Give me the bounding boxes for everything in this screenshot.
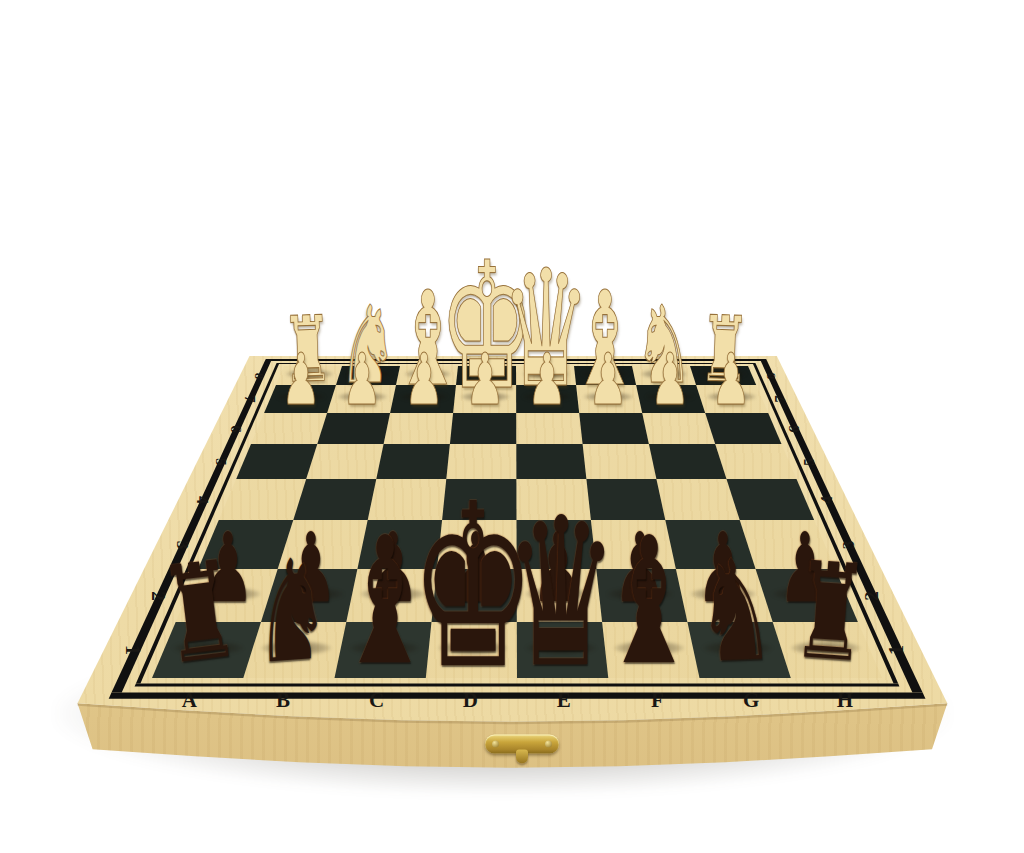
rank-label-left-4: 4 [194,496,210,504]
rank-label-right-4: 4 [819,496,835,504]
file-label-h: H [837,690,853,711]
rank-label-right-6: 6 [787,425,802,433]
piece-black-bishop-f1[interactable]: ♝ [601,513,698,688]
piece-white-pawn-d7[interactable]: ♟ [466,343,506,414]
file-label-a: A [182,690,197,711]
latch-knob [516,750,528,764]
product-photo-stage: ABCDEFGH1122334455667788♜♞♝♚♛♝♞♜♟♟♟♟♟♟♟♟… [0,0,1024,853]
piece-white-pawn-h7[interactable]: ♟ [712,343,752,414]
piece-white-pawn-a7[interactable]: ♟ [281,343,321,414]
piece-black-knight-g1[interactable]: ♞ [694,540,776,682]
file-label-g: G [743,690,759,711]
rank-label-left-1: 1 [123,645,143,655]
piece-white-pawn-c7[interactable]: ♟ [404,343,444,414]
rank-label-right-8: 8 [763,372,776,379]
rank-label-right-1: 1 [886,645,906,655]
rank-label-left-6: 6 [227,425,242,433]
piece-black-rook-h1[interactable]: ♜ [789,544,872,682]
piece-black-rook-a1[interactable]: ♜ [155,543,245,684]
piece-black-knight-b1[interactable]: ♞ [248,539,335,684]
piece-white-pawn-b7[interactable]: ♟ [343,343,383,414]
latch-screw-right [545,741,552,748]
rank-label-left-5: 5 [212,458,227,466]
piece-white-pawn-e7[interactable]: ♟ [527,343,567,414]
piece-white-pawn-f7[interactable]: ♟ [589,343,629,414]
latch-screw-left [492,741,499,748]
brass-latch [485,735,559,754]
rank-label-left-8: 8 [253,372,266,379]
rank-label-right-5: 5 [802,458,817,466]
rank-label-left-7: 7 [242,396,256,403]
rank-label-right-7: 7 [774,396,788,403]
piece-white-pawn-g7[interactable]: ♟ [650,343,690,414]
